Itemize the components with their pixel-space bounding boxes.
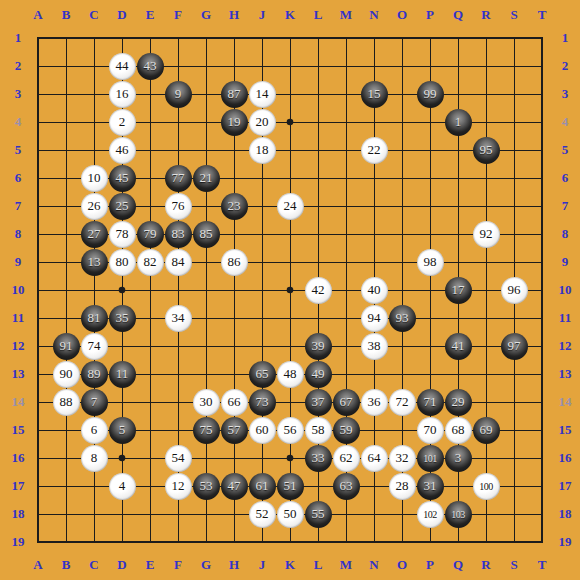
intersection-C17[interactable] bbox=[80, 472, 108, 500]
intersection-R8[interactable]: 92 bbox=[472, 220, 500, 248]
intersection-F1[interactable] bbox=[164, 24, 192, 52]
intersection-K15[interactable]: 56 bbox=[276, 416, 304, 444]
intersection-D9[interactable]: 80 bbox=[108, 248, 136, 276]
intersection-B11[interactable] bbox=[52, 304, 80, 332]
intersection-F8[interactable]: 83 bbox=[164, 220, 192, 248]
intersection-Q9[interactable] bbox=[444, 248, 472, 276]
intersection-P4[interactable] bbox=[416, 108, 444, 136]
intersection-T15[interactable] bbox=[528, 416, 556, 444]
intersection-C15[interactable]: 6 bbox=[80, 416, 108, 444]
intersection-N4[interactable] bbox=[360, 108, 388, 136]
intersection-P6[interactable] bbox=[416, 164, 444, 192]
intersection-Q7[interactable] bbox=[444, 192, 472, 220]
intersection-E16[interactable] bbox=[136, 444, 164, 472]
intersection-L13[interactable]: 49 bbox=[304, 360, 332, 388]
intersection-M1[interactable] bbox=[332, 24, 360, 52]
intersection-A9[interactable] bbox=[24, 248, 52, 276]
intersection-N5[interactable]: 22 bbox=[360, 136, 388, 164]
intersection-B6[interactable] bbox=[52, 164, 80, 192]
intersection-J8[interactable] bbox=[248, 220, 276, 248]
intersection-Q3[interactable] bbox=[444, 80, 472, 108]
intersection-T2[interactable] bbox=[528, 52, 556, 80]
intersection-D13[interactable]: 11 bbox=[108, 360, 136, 388]
intersection-E18[interactable] bbox=[136, 500, 164, 528]
intersection-K14[interactable] bbox=[276, 388, 304, 416]
intersection-B19[interactable] bbox=[52, 528, 80, 556]
intersection-S16[interactable] bbox=[500, 444, 528, 472]
intersection-C9[interactable]: 13 bbox=[80, 248, 108, 276]
intersection-F4[interactable] bbox=[164, 108, 192, 136]
intersection-H7[interactable]: 23 bbox=[220, 192, 248, 220]
intersection-T6[interactable] bbox=[528, 164, 556, 192]
intersection-R1[interactable] bbox=[472, 24, 500, 52]
intersection-M11[interactable] bbox=[332, 304, 360, 332]
intersection-S15[interactable] bbox=[500, 416, 528, 444]
intersection-H4[interactable]: 19 bbox=[220, 108, 248, 136]
intersection-D4[interactable]: 2 bbox=[108, 108, 136, 136]
intersection-O12[interactable] bbox=[388, 332, 416, 360]
intersection-H9[interactable]: 86 bbox=[220, 248, 248, 276]
intersection-G14[interactable]: 30 bbox=[192, 388, 220, 416]
intersection-F10[interactable] bbox=[164, 276, 192, 304]
intersection-J17[interactable]: 61 bbox=[248, 472, 276, 500]
intersection-B8[interactable] bbox=[52, 220, 80, 248]
intersection-K3[interactable] bbox=[276, 80, 304, 108]
intersection-K13[interactable]: 48 bbox=[276, 360, 304, 388]
intersection-H18[interactable] bbox=[220, 500, 248, 528]
intersection-F12[interactable] bbox=[164, 332, 192, 360]
intersection-C8[interactable]: 27 bbox=[80, 220, 108, 248]
intersection-F13[interactable] bbox=[164, 360, 192, 388]
intersection-F17[interactable]: 12 bbox=[164, 472, 192, 500]
intersection-K18[interactable]: 50 bbox=[276, 500, 304, 528]
intersection-E19[interactable] bbox=[136, 528, 164, 556]
intersection-J1[interactable] bbox=[248, 24, 276, 52]
intersection-P14[interactable]: 71 bbox=[416, 388, 444, 416]
intersection-G11[interactable] bbox=[192, 304, 220, 332]
intersection-A12[interactable] bbox=[24, 332, 52, 360]
intersection-F3[interactable]: 9 bbox=[164, 80, 192, 108]
intersection-A18[interactable] bbox=[24, 500, 52, 528]
intersection-G13[interactable] bbox=[192, 360, 220, 388]
intersection-Q14[interactable]: 29 bbox=[444, 388, 472, 416]
intersection-H1[interactable] bbox=[220, 24, 248, 52]
intersection-S1[interactable] bbox=[500, 24, 528, 52]
intersection-D6[interactable]: 45 bbox=[108, 164, 136, 192]
intersection-E8[interactable]: 79 bbox=[136, 220, 164, 248]
intersection-K6[interactable] bbox=[276, 164, 304, 192]
intersection-B16[interactable] bbox=[52, 444, 80, 472]
intersection-H12[interactable] bbox=[220, 332, 248, 360]
intersection-L10[interactable]: 42 bbox=[304, 276, 332, 304]
intersection-E5[interactable] bbox=[136, 136, 164, 164]
intersection-O2[interactable] bbox=[388, 52, 416, 80]
intersection-P12[interactable] bbox=[416, 332, 444, 360]
intersection-M8[interactable] bbox=[332, 220, 360, 248]
intersection-N19[interactable] bbox=[360, 528, 388, 556]
intersection-R10[interactable] bbox=[472, 276, 500, 304]
intersection-B4[interactable] bbox=[52, 108, 80, 136]
intersection-A8[interactable] bbox=[24, 220, 52, 248]
intersection-E7[interactable] bbox=[136, 192, 164, 220]
intersection-O17[interactable]: 28 bbox=[388, 472, 416, 500]
intersection-D14[interactable] bbox=[108, 388, 136, 416]
intersection-A13[interactable] bbox=[24, 360, 52, 388]
intersection-R18[interactable] bbox=[472, 500, 500, 528]
intersection-H2[interactable] bbox=[220, 52, 248, 80]
intersection-G2[interactable] bbox=[192, 52, 220, 80]
intersection-P8[interactable] bbox=[416, 220, 444, 248]
intersection-Q10[interactable]: 17 bbox=[444, 276, 472, 304]
intersection-D8[interactable]: 78 bbox=[108, 220, 136, 248]
intersection-C5[interactable] bbox=[80, 136, 108, 164]
intersection-H16[interactable] bbox=[220, 444, 248, 472]
intersection-P5[interactable] bbox=[416, 136, 444, 164]
intersection-S3[interactable] bbox=[500, 80, 528, 108]
intersection-G10[interactable] bbox=[192, 276, 220, 304]
intersection-G5[interactable] bbox=[192, 136, 220, 164]
intersection-Q18[interactable]: 103 bbox=[444, 500, 472, 528]
intersection-G7[interactable] bbox=[192, 192, 220, 220]
intersection-N1[interactable] bbox=[360, 24, 388, 52]
intersection-S6[interactable] bbox=[500, 164, 528, 192]
intersection-F19[interactable] bbox=[164, 528, 192, 556]
intersection-D11[interactable]: 35 bbox=[108, 304, 136, 332]
intersection-G6[interactable]: 21 bbox=[192, 164, 220, 192]
intersection-C16[interactable]: 8 bbox=[80, 444, 108, 472]
intersection-N13[interactable] bbox=[360, 360, 388, 388]
intersection-H8[interactable] bbox=[220, 220, 248, 248]
intersection-O19[interactable] bbox=[388, 528, 416, 556]
intersection-S18[interactable] bbox=[500, 500, 528, 528]
intersection-Q16[interactable]: 3 bbox=[444, 444, 472, 472]
intersection-A3[interactable] bbox=[24, 80, 52, 108]
intersection-B1[interactable] bbox=[52, 24, 80, 52]
intersection-P11[interactable] bbox=[416, 304, 444, 332]
intersection-N18[interactable] bbox=[360, 500, 388, 528]
intersection-P15[interactable]: 70 bbox=[416, 416, 444, 444]
intersection-K12[interactable] bbox=[276, 332, 304, 360]
intersection-N2[interactable] bbox=[360, 52, 388, 80]
intersection-O5[interactable] bbox=[388, 136, 416, 164]
intersection-R3[interactable] bbox=[472, 80, 500, 108]
intersection-C10[interactable] bbox=[80, 276, 108, 304]
intersection-R19[interactable] bbox=[472, 528, 500, 556]
intersection-S10[interactable]: 96 bbox=[500, 276, 528, 304]
intersection-O14[interactable]: 72 bbox=[388, 388, 416, 416]
intersection-M12[interactable] bbox=[332, 332, 360, 360]
intersection-A7[interactable] bbox=[24, 192, 52, 220]
intersection-P18[interactable]: 102 bbox=[416, 500, 444, 528]
intersection-C3[interactable] bbox=[80, 80, 108, 108]
intersection-J7[interactable] bbox=[248, 192, 276, 220]
intersection-K11[interactable] bbox=[276, 304, 304, 332]
intersection-N16[interactable]: 64 bbox=[360, 444, 388, 472]
intersection-N9[interactable] bbox=[360, 248, 388, 276]
intersection-M14[interactable]: 67 bbox=[332, 388, 360, 416]
intersection-G19[interactable] bbox=[192, 528, 220, 556]
intersection-L7[interactable] bbox=[304, 192, 332, 220]
intersection-A19[interactable] bbox=[24, 528, 52, 556]
intersection-A5[interactable] bbox=[24, 136, 52, 164]
intersection-R15[interactable]: 69 bbox=[472, 416, 500, 444]
intersection-K19[interactable] bbox=[276, 528, 304, 556]
intersection-R13[interactable] bbox=[472, 360, 500, 388]
intersection-O9[interactable] bbox=[388, 248, 416, 276]
intersection-J10[interactable] bbox=[248, 276, 276, 304]
intersection-N14[interactable]: 36 bbox=[360, 388, 388, 416]
intersection-S13[interactable] bbox=[500, 360, 528, 388]
intersection-N15[interactable] bbox=[360, 416, 388, 444]
intersection-L3[interactable] bbox=[304, 80, 332, 108]
intersection-T10[interactable] bbox=[528, 276, 556, 304]
intersection-T9[interactable] bbox=[528, 248, 556, 276]
intersection-R16[interactable] bbox=[472, 444, 500, 472]
intersection-J5[interactable]: 18 bbox=[248, 136, 276, 164]
intersection-K4[interactable] bbox=[276, 108, 304, 136]
intersection-B5[interactable] bbox=[52, 136, 80, 164]
intersection-B2[interactable] bbox=[52, 52, 80, 80]
intersection-L12[interactable]: 39 bbox=[304, 332, 332, 360]
intersection-S7[interactable] bbox=[500, 192, 528, 220]
intersection-C18[interactable] bbox=[80, 500, 108, 528]
intersection-A10[interactable] bbox=[24, 276, 52, 304]
intersection-F6[interactable]: 77 bbox=[164, 164, 192, 192]
intersection-T1[interactable] bbox=[528, 24, 556, 52]
intersection-D1[interactable] bbox=[108, 24, 136, 52]
intersection-H15[interactable]: 57 bbox=[220, 416, 248, 444]
intersection-K17[interactable]: 51 bbox=[276, 472, 304, 500]
intersection-B9[interactable] bbox=[52, 248, 80, 276]
intersection-L17[interactable] bbox=[304, 472, 332, 500]
intersection-O8[interactable] bbox=[388, 220, 416, 248]
intersection-L6[interactable] bbox=[304, 164, 332, 192]
intersection-P10[interactable] bbox=[416, 276, 444, 304]
intersection-G12[interactable] bbox=[192, 332, 220, 360]
intersection-K8[interactable] bbox=[276, 220, 304, 248]
intersection-O3[interactable] bbox=[388, 80, 416, 108]
intersection-J11[interactable] bbox=[248, 304, 276, 332]
intersection-A15[interactable] bbox=[24, 416, 52, 444]
intersection-S2[interactable] bbox=[500, 52, 528, 80]
intersection-M16[interactable]: 62 bbox=[332, 444, 360, 472]
intersection-G1[interactable] bbox=[192, 24, 220, 52]
intersection-D2[interactable]: 44 bbox=[108, 52, 136, 80]
intersection-R12[interactable] bbox=[472, 332, 500, 360]
intersection-O1[interactable] bbox=[388, 24, 416, 52]
intersection-O10[interactable] bbox=[388, 276, 416, 304]
intersection-S17[interactable] bbox=[500, 472, 528, 500]
intersection-F5[interactable] bbox=[164, 136, 192, 164]
intersection-T18[interactable] bbox=[528, 500, 556, 528]
intersection-B18[interactable] bbox=[52, 500, 80, 528]
intersection-O18[interactable] bbox=[388, 500, 416, 528]
intersection-N8[interactable] bbox=[360, 220, 388, 248]
intersection-J19[interactable] bbox=[248, 528, 276, 556]
intersection-G9[interactable] bbox=[192, 248, 220, 276]
intersection-N17[interactable] bbox=[360, 472, 388, 500]
intersection-K16[interactable] bbox=[276, 444, 304, 472]
intersection-S5[interactable] bbox=[500, 136, 528, 164]
intersection-J14[interactable]: 73 bbox=[248, 388, 276, 416]
intersection-S12[interactable]: 97 bbox=[500, 332, 528, 360]
intersection-D15[interactable]: 5 bbox=[108, 416, 136, 444]
intersection-E17[interactable] bbox=[136, 472, 164, 500]
intersection-E4[interactable] bbox=[136, 108, 164, 136]
intersection-J18[interactable]: 52 bbox=[248, 500, 276, 528]
intersection-A17[interactable] bbox=[24, 472, 52, 500]
intersection-D7[interactable]: 25 bbox=[108, 192, 136, 220]
intersection-F2[interactable] bbox=[164, 52, 192, 80]
intersection-L9[interactable] bbox=[304, 248, 332, 276]
intersection-M9[interactable] bbox=[332, 248, 360, 276]
intersection-D16[interactable] bbox=[108, 444, 136, 472]
intersection-O13[interactable] bbox=[388, 360, 416, 388]
intersection-D19[interactable] bbox=[108, 528, 136, 556]
intersection-H14[interactable]: 66 bbox=[220, 388, 248, 416]
intersection-K2[interactable] bbox=[276, 52, 304, 80]
intersection-G4[interactable] bbox=[192, 108, 220, 136]
intersection-F14[interactable] bbox=[164, 388, 192, 416]
intersection-K10[interactable] bbox=[276, 276, 304, 304]
intersection-G8[interactable]: 85 bbox=[192, 220, 220, 248]
intersection-N3[interactable]: 15 bbox=[360, 80, 388, 108]
intersection-K9[interactable] bbox=[276, 248, 304, 276]
intersection-M6[interactable] bbox=[332, 164, 360, 192]
intersection-O16[interactable]: 32 bbox=[388, 444, 416, 472]
intersection-F7[interactable]: 76 bbox=[164, 192, 192, 220]
intersection-T17[interactable] bbox=[528, 472, 556, 500]
intersection-N6[interactable] bbox=[360, 164, 388, 192]
intersection-C1[interactable] bbox=[80, 24, 108, 52]
intersection-Q15[interactable]: 68 bbox=[444, 416, 472, 444]
intersection-J13[interactable]: 65 bbox=[248, 360, 276, 388]
intersection-A6[interactable] bbox=[24, 164, 52, 192]
intersection-H6[interactable] bbox=[220, 164, 248, 192]
intersection-C6[interactable]: 10 bbox=[80, 164, 108, 192]
intersection-M5[interactable] bbox=[332, 136, 360, 164]
intersection-D17[interactable]: 4 bbox=[108, 472, 136, 500]
intersection-M13[interactable] bbox=[332, 360, 360, 388]
intersection-H11[interactable] bbox=[220, 304, 248, 332]
intersection-E3[interactable] bbox=[136, 80, 164, 108]
intersection-Q13[interactable] bbox=[444, 360, 472, 388]
intersection-S19[interactable] bbox=[500, 528, 528, 556]
intersection-A16[interactable] bbox=[24, 444, 52, 472]
intersection-J3[interactable]: 14 bbox=[248, 80, 276, 108]
intersection-S8[interactable] bbox=[500, 220, 528, 248]
intersection-Q19[interactable] bbox=[444, 528, 472, 556]
intersection-T3[interactable] bbox=[528, 80, 556, 108]
intersection-L19[interactable] bbox=[304, 528, 332, 556]
intersection-T12[interactable] bbox=[528, 332, 556, 360]
intersection-A4[interactable] bbox=[24, 108, 52, 136]
intersection-J4[interactable]: 20 bbox=[248, 108, 276, 136]
intersection-P9[interactable]: 98 bbox=[416, 248, 444, 276]
intersection-N11[interactable]: 94 bbox=[360, 304, 388, 332]
intersection-E9[interactable]: 82 bbox=[136, 248, 164, 276]
intersection-C4[interactable] bbox=[80, 108, 108, 136]
intersection-Q17[interactable] bbox=[444, 472, 472, 500]
intersection-G3[interactable] bbox=[192, 80, 220, 108]
intersection-P16[interactable]: 101 bbox=[416, 444, 444, 472]
intersection-S11[interactable] bbox=[500, 304, 528, 332]
intersection-O11[interactable]: 93 bbox=[388, 304, 416, 332]
intersection-R14[interactable] bbox=[472, 388, 500, 416]
intersection-Q4[interactable]: 1 bbox=[444, 108, 472, 136]
intersection-J15[interactable]: 60 bbox=[248, 416, 276, 444]
intersection-O4[interactable] bbox=[388, 108, 416, 136]
intersection-E1[interactable] bbox=[136, 24, 164, 52]
intersection-B12[interactable]: 91 bbox=[52, 332, 80, 360]
intersection-E6[interactable] bbox=[136, 164, 164, 192]
intersection-S14[interactable] bbox=[500, 388, 528, 416]
intersection-T16[interactable] bbox=[528, 444, 556, 472]
intersection-F18[interactable] bbox=[164, 500, 192, 528]
intersection-O7[interactable] bbox=[388, 192, 416, 220]
intersection-H10[interactable] bbox=[220, 276, 248, 304]
intersection-Q2[interactable] bbox=[444, 52, 472, 80]
intersection-L15[interactable]: 58 bbox=[304, 416, 332, 444]
intersection-N12[interactable]: 38 bbox=[360, 332, 388, 360]
intersection-A1[interactable] bbox=[24, 24, 52, 52]
intersection-K1[interactable] bbox=[276, 24, 304, 52]
intersection-Q5[interactable] bbox=[444, 136, 472, 164]
intersection-H13[interactable] bbox=[220, 360, 248, 388]
intersection-R11[interactable] bbox=[472, 304, 500, 332]
intersection-M4[interactable] bbox=[332, 108, 360, 136]
intersection-C19[interactable] bbox=[80, 528, 108, 556]
intersection-D5[interactable]: 46 bbox=[108, 136, 136, 164]
intersection-L4[interactable] bbox=[304, 108, 332, 136]
intersection-D12[interactable] bbox=[108, 332, 136, 360]
intersection-Q1[interactable] bbox=[444, 24, 472, 52]
intersection-M17[interactable]: 63 bbox=[332, 472, 360, 500]
intersection-B15[interactable] bbox=[52, 416, 80, 444]
intersection-E13[interactable] bbox=[136, 360, 164, 388]
intersection-R7[interactable] bbox=[472, 192, 500, 220]
intersection-P2[interactable] bbox=[416, 52, 444, 80]
intersection-E2[interactable]: 43 bbox=[136, 52, 164, 80]
intersection-P3[interactable]: 99 bbox=[416, 80, 444, 108]
intersection-M3[interactable] bbox=[332, 80, 360, 108]
intersection-H17[interactable]: 47 bbox=[220, 472, 248, 500]
intersection-L1[interactable] bbox=[304, 24, 332, 52]
intersection-K7[interactable]: 24 bbox=[276, 192, 304, 220]
intersection-P13[interactable] bbox=[416, 360, 444, 388]
intersection-Q12[interactable]: 41 bbox=[444, 332, 472, 360]
intersection-G17[interactable]: 53 bbox=[192, 472, 220, 500]
intersection-B17[interactable] bbox=[52, 472, 80, 500]
intersection-E15[interactable] bbox=[136, 416, 164, 444]
intersection-L11[interactable] bbox=[304, 304, 332, 332]
intersection-T19[interactable] bbox=[528, 528, 556, 556]
intersection-M19[interactable] bbox=[332, 528, 360, 556]
intersection-C14[interactable]: 7 bbox=[80, 388, 108, 416]
intersection-M10[interactable] bbox=[332, 276, 360, 304]
intersection-E10[interactable] bbox=[136, 276, 164, 304]
intersection-S9[interactable] bbox=[500, 248, 528, 276]
intersection-A11[interactable] bbox=[24, 304, 52, 332]
intersection-D10[interactable] bbox=[108, 276, 136, 304]
intersection-T7[interactable] bbox=[528, 192, 556, 220]
intersection-C7[interactable]: 26 bbox=[80, 192, 108, 220]
intersection-T13[interactable] bbox=[528, 360, 556, 388]
intersection-B3[interactable] bbox=[52, 80, 80, 108]
intersection-G16[interactable] bbox=[192, 444, 220, 472]
intersection-A14[interactable] bbox=[24, 388, 52, 416]
intersection-S4[interactable] bbox=[500, 108, 528, 136]
